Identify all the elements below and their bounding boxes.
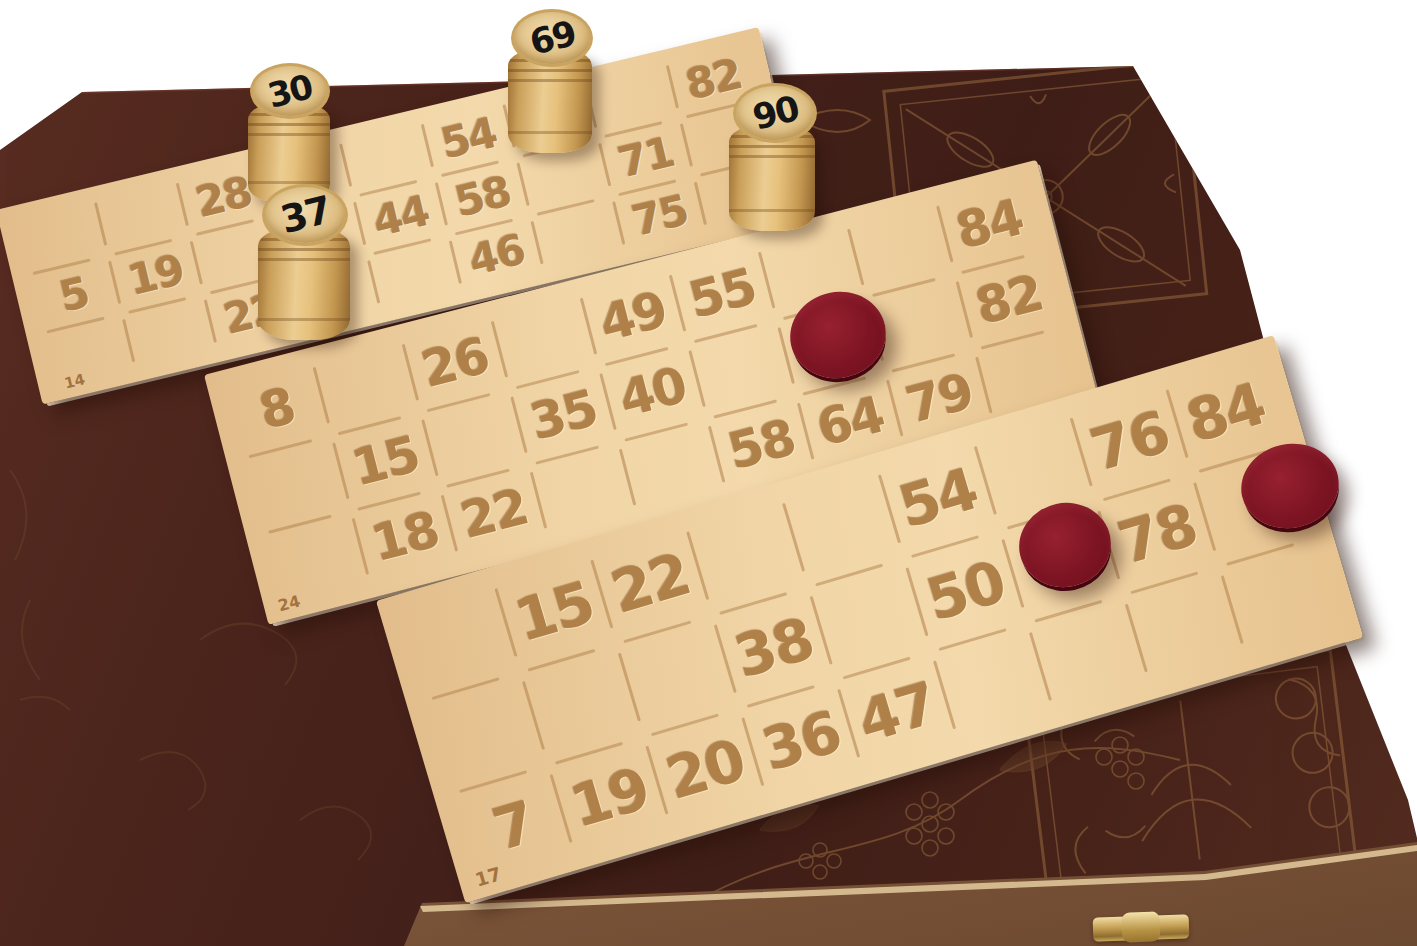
card-corner-label: 24 — [276, 591, 302, 615]
card-corner-label: 14 — [62, 370, 87, 392]
barrel-top: 37 — [262, 184, 348, 246]
barrel-number: 69 — [525, 13, 578, 63]
barrel-90[interactable]: 90 — [729, 83, 819, 235]
barrel-number: 37 — [276, 188, 334, 243]
barrel-top: 90 — [733, 83, 817, 143]
barrel-37[interactable]: 37 — [258, 184, 352, 344]
barrel-number: 30 — [264, 66, 316, 115]
barrel-69[interactable]: 69 — [508, 9, 596, 157]
photo-stage: 285482519445871224675 14 826495584153540… — [0, 0, 1417, 946]
brass-clasp — [1093, 914, 1190, 941]
barrel-number: 90 — [748, 88, 801, 138]
barrel-top: 30 — [250, 63, 330, 119]
barrel-top: 69 — [511, 9, 593, 67]
